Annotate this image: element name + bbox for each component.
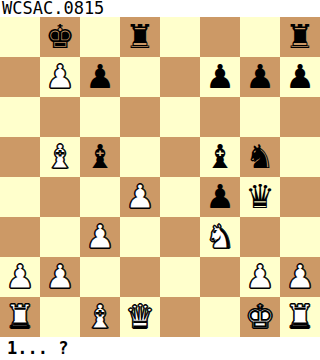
square-c1[interactable]: ♝ xyxy=(80,297,120,337)
square-c5[interactable]: ♝ xyxy=(80,137,120,177)
square-b1[interactable] xyxy=(40,297,80,337)
square-e5[interactable] xyxy=(160,137,200,177)
white-pawn-a2: ♟ xyxy=(0,257,40,297)
square-f2[interactable] xyxy=(200,257,240,297)
square-d4[interactable]: ♟ xyxy=(120,177,160,217)
square-g7[interactable]: ♟ xyxy=(240,57,280,97)
white-bishop-c1: ♝ xyxy=(80,297,120,337)
white-pawn-c3: ♟ xyxy=(80,217,120,257)
square-h3[interactable] xyxy=(280,217,320,257)
square-b8[interactable]: ♚ xyxy=(40,17,80,57)
black-pawn-f7: ♟ xyxy=(200,57,240,97)
black-pawn-g7: ♟ xyxy=(240,57,280,97)
black-knight-g5: ♞ xyxy=(240,137,280,177)
chess-board: ♚♜♜♟♟♟♟♟♝♝♝♞♟♟♛♟♞♟♟♟♟♜♝♛♚♜ xyxy=(0,17,320,337)
square-c3[interactable]: ♟ xyxy=(80,217,120,257)
square-f5[interactable]: ♝ xyxy=(200,137,240,177)
square-g5[interactable]: ♞ xyxy=(240,137,280,177)
square-a2[interactable]: ♟ xyxy=(0,257,40,297)
black-pawn-h7: ♟ xyxy=(280,57,320,97)
square-e4[interactable] xyxy=(160,177,200,217)
square-g6[interactable] xyxy=(240,97,280,137)
black-bishop-f5: ♝ xyxy=(200,137,240,177)
square-a7[interactable] xyxy=(0,57,40,97)
square-d3[interactable] xyxy=(120,217,160,257)
black-queen-g4: ♛ xyxy=(240,177,280,217)
square-a4[interactable] xyxy=(0,177,40,217)
black-king-b8: ♚ xyxy=(40,17,80,57)
black-bishop-c5: ♝ xyxy=(80,137,120,177)
white-pawn-b7: ♟ xyxy=(40,57,80,97)
square-d6[interactable] xyxy=(120,97,160,137)
square-e3[interactable] xyxy=(160,217,200,257)
white-king-g1: ♚ xyxy=(240,297,280,337)
square-b4[interactable] xyxy=(40,177,80,217)
square-h8[interactable]: ♜ xyxy=(280,17,320,57)
square-e6[interactable] xyxy=(160,97,200,137)
black-rook-h8: ♜ xyxy=(280,17,320,57)
square-d2[interactable] xyxy=(120,257,160,297)
white-queen-d1: ♛ xyxy=(120,297,160,337)
white-pawn-h2: ♟ xyxy=(280,257,320,297)
square-d7[interactable] xyxy=(120,57,160,97)
black-pawn-f4: ♟ xyxy=(200,177,240,217)
square-e2[interactable] xyxy=(160,257,200,297)
square-b2[interactable]: ♟ xyxy=(40,257,80,297)
square-c8[interactable] xyxy=(80,17,120,57)
square-h2[interactable]: ♟ xyxy=(280,257,320,297)
square-f6[interactable] xyxy=(200,97,240,137)
square-g1[interactable]: ♚ xyxy=(240,297,280,337)
square-d5[interactable] xyxy=(120,137,160,177)
square-f7[interactable]: ♟ xyxy=(200,57,240,97)
square-a8[interactable] xyxy=(0,17,40,57)
square-h4[interactable] xyxy=(280,177,320,217)
square-a5[interactable] xyxy=(0,137,40,177)
white-rook-a1: ♜ xyxy=(0,297,40,337)
square-f1[interactable] xyxy=(200,297,240,337)
white-bishop-b5: ♝ xyxy=(40,137,80,177)
white-knight-f3: ♞ xyxy=(200,217,240,257)
square-h6[interactable] xyxy=(280,97,320,137)
square-g3[interactable] xyxy=(240,217,280,257)
square-d8[interactable]: ♜ xyxy=(120,17,160,57)
square-f8[interactable] xyxy=(200,17,240,57)
square-g4[interactable]: ♛ xyxy=(240,177,280,217)
square-f3[interactable]: ♞ xyxy=(200,217,240,257)
square-b7[interactable]: ♟ xyxy=(40,57,80,97)
white-pawn-b2: ♟ xyxy=(40,257,80,297)
square-a6[interactable] xyxy=(0,97,40,137)
square-f4[interactable]: ♟ xyxy=(200,177,240,217)
square-a1[interactable]: ♜ xyxy=(0,297,40,337)
black-pawn-c7: ♟ xyxy=(80,57,120,97)
square-b5[interactable]: ♝ xyxy=(40,137,80,177)
square-b3[interactable] xyxy=(40,217,80,257)
move-prompt: 1... ? xyxy=(0,337,320,360)
square-c7[interactable]: ♟ xyxy=(80,57,120,97)
white-rook-h1: ♜ xyxy=(280,297,320,337)
white-pawn-d4: ♟ xyxy=(120,177,160,217)
white-pawn-g2: ♟ xyxy=(240,257,280,297)
square-g8[interactable] xyxy=(240,17,280,57)
square-e8[interactable] xyxy=(160,17,200,57)
square-e1[interactable] xyxy=(160,297,200,337)
square-e7[interactable] xyxy=(160,57,200,97)
chess-puzzle-screen: WCSAC.0815 ♚♜♜♟♟♟♟♟♝♝♝♞♟♟♛♟♞♟♟♟♟♜♝♛♚♜ 1.… xyxy=(0,0,320,360)
square-h5[interactable] xyxy=(280,137,320,177)
puzzle-title: WCSAC.0815 xyxy=(0,0,320,17)
black-rook-d8: ♜ xyxy=(120,17,160,57)
square-c6[interactable] xyxy=(80,97,120,137)
square-h1[interactable]: ♜ xyxy=(280,297,320,337)
square-c4[interactable] xyxy=(80,177,120,217)
square-g2[interactable]: ♟ xyxy=(240,257,280,297)
square-b6[interactable] xyxy=(40,97,80,137)
square-a3[interactable] xyxy=(0,217,40,257)
square-h7[interactable]: ♟ xyxy=(280,57,320,97)
square-d1[interactable]: ♛ xyxy=(120,297,160,337)
square-c2[interactable] xyxy=(80,257,120,297)
